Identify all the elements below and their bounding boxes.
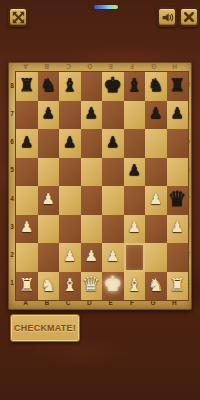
square-d8[interactable] [81, 72, 103, 101]
square-h3[interactable]: ♟ [167, 215, 189, 244]
speaker-icon [161, 11, 174, 24]
tiny-ad-banner [94, 5, 118, 9]
square-f1[interactable]: ♝ [124, 272, 146, 301]
square-h7[interactable]: ♟ [167, 101, 189, 130]
white-pawn: ♟ [171, 220, 184, 235]
square-d4[interactable] [81, 186, 103, 215]
white-pawn: ♟ [63, 249, 76, 264]
square-h4[interactable]: ♛ [167, 186, 189, 215]
square-a7[interactable] [16, 101, 38, 130]
square-c4[interactable] [59, 186, 81, 215]
square-c7[interactable] [59, 101, 81, 130]
file-label: E [100, 63, 121, 71]
black-pawn: ♟ [128, 163, 141, 178]
white-pawn: ♟ [128, 220, 141, 235]
square-e3[interactable] [102, 215, 124, 244]
square-e4[interactable] [102, 186, 124, 215]
fullscreen-button[interactable] [8, 7, 28, 27]
square-f8[interactable]: ♝ [124, 72, 146, 101]
black-pawn: ♟ [106, 135, 119, 150]
square-e8[interactable]: ♚ [102, 72, 124, 101]
square-b2[interactable] [38, 243, 60, 272]
square-h1[interactable]: ♜ [167, 272, 189, 301]
file-label: G [143, 63, 164, 71]
white-pawn: ♟ [42, 192, 55, 207]
file-label: D [79, 63, 100, 71]
white-pawn: ♟ [20, 220, 33, 235]
square-h2[interactable] [167, 243, 189, 272]
square-g4[interactable]: ♟ [145, 186, 167, 215]
black-knight: ♞ [40, 76, 56, 94]
square-f4[interactable] [124, 186, 146, 215]
square-g5[interactable] [145, 158, 167, 187]
square-a3[interactable]: ♟ [16, 215, 38, 244]
square-a2[interactable] [16, 243, 38, 272]
file-label: A [15, 63, 36, 71]
square-b4[interactable]: ♟ [38, 186, 60, 215]
black-rook: ♜ [169, 76, 185, 94]
square-e2[interactable]: ♟ [102, 243, 124, 272]
sound-button[interactable] [157, 7, 177, 27]
square-d1[interactable]: ♛ [81, 272, 103, 301]
square-b8[interactable]: ♞ [38, 72, 60, 101]
black-bishop: ♝ [126, 76, 142, 94]
square-b7[interactable]: ♟ [38, 101, 60, 130]
square-h8[interactable]: ♜ [167, 72, 189, 101]
black-pawn: ♟ [63, 135, 76, 150]
black-queen: ♛ [168, 189, 187, 210]
square-c1[interactable]: ♝ [59, 272, 81, 301]
square-g1[interactable]: ♞ [145, 272, 167, 301]
square-g8[interactable]: ♞ [145, 72, 167, 101]
white-queen: ♛ [82, 274, 101, 295]
square-c8[interactable]: ♝ [59, 72, 81, 101]
checkmate-banner: CHECKMATE! [10, 314, 80, 342]
square-g7[interactable]: ♟ [145, 101, 167, 130]
expand-arrows-icon [12, 11, 25, 24]
file-label: H [164, 63, 185, 71]
square-c2[interactable]: ♟ [59, 243, 81, 272]
black-pawn: ♟ [20, 135, 33, 150]
black-bishop: ♝ [62, 76, 78, 94]
white-pawn: ♟ [149, 192, 162, 207]
black-king: ♚ [103, 75, 122, 96]
square-a4[interactable] [16, 186, 38, 215]
square-b6[interactable] [38, 129, 60, 158]
square-h6[interactable] [167, 129, 189, 158]
board-squares: ♜♞♝♚♝♞♜♟♟♟♟♟♟♟♟♟♟♛♟♟♟♟♟♟♜♞♝♛♚♝♞♜ [15, 71, 189, 301]
square-e6[interactable]: ♟ [102, 129, 124, 158]
square-c3[interactable] [59, 215, 81, 244]
x-icon [183, 11, 195, 23]
square-a5[interactable] [16, 158, 38, 187]
square-c5[interactable] [59, 158, 81, 187]
square-d2[interactable]: ♟ [81, 243, 103, 272]
white-knight: ♞ [148, 276, 164, 294]
file-label: F [121, 63, 142, 71]
square-b5[interactable] [38, 158, 60, 187]
square-a8[interactable]: ♜ [16, 72, 38, 101]
square-e5[interactable] [102, 158, 124, 187]
square-d7[interactable]: ♟ [81, 101, 103, 130]
file-labels-top: ABCDEFGH [15, 63, 185, 71]
square-a1[interactable]: ♜ [16, 272, 38, 301]
square-f5[interactable]: ♟ [124, 158, 146, 187]
white-bishop: ♝ [62, 276, 78, 294]
black-rook: ♜ [19, 76, 35, 94]
app-screen: ABCDEFGH 87654321 87654321 ABCDEFGH ♜♞♝♚… [0, 0, 200, 400]
square-f3[interactable]: ♟ [124, 215, 146, 244]
checkmate-label: CHECKMATE! [14, 323, 76, 333]
square-b3[interactable] [38, 215, 60, 244]
close-button[interactable] [179, 7, 199, 27]
square-b1[interactable]: ♞ [38, 272, 60, 301]
white-pawn: ♟ [85, 249, 98, 264]
square-g2[interactable] [145, 243, 167, 272]
square-f2[interactable] [124, 243, 146, 272]
chess-board: ABCDEFGH 87654321 87654321 ABCDEFGH ♜♞♝♚… [8, 62, 192, 310]
white-bishop: ♝ [126, 276, 142, 294]
white-knight: ♞ [40, 276, 56, 294]
square-h5[interactable] [167, 158, 189, 187]
white-king: ♚ [103, 274, 122, 295]
white-rook: ♜ [19, 276, 35, 294]
white-pawn: ♟ [106, 249, 119, 264]
square-g3[interactable] [145, 215, 167, 244]
square-d6[interactable] [81, 129, 103, 158]
black-pawn: ♟ [171, 106, 184, 121]
square-e7[interactable] [102, 101, 124, 130]
file-label: C [58, 63, 79, 71]
black-pawn: ♟ [149, 106, 162, 121]
square-g6[interactable] [145, 129, 167, 158]
black-knight: ♞ [148, 76, 164, 94]
square-d5[interactable] [81, 158, 103, 187]
square-e1[interactable]: ♚ [102, 272, 124, 301]
square-d3[interactable] [81, 215, 103, 244]
square-a6[interactable]: ♟ [16, 129, 38, 158]
square-c6[interactable]: ♟ [59, 129, 81, 158]
black-pawn: ♟ [85, 106, 98, 121]
black-pawn: ♟ [42, 106, 55, 121]
square-f7[interactable] [124, 101, 146, 130]
white-rook: ♜ [169, 276, 185, 294]
file-label: B [36, 63, 57, 71]
square-f6[interactable] [124, 129, 146, 158]
